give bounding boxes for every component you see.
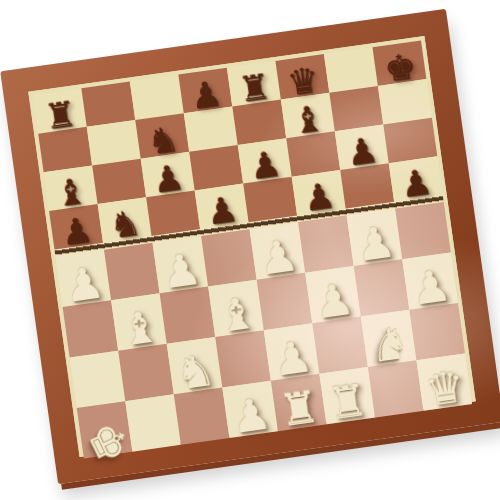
square-f8: ♛ (275, 54, 329, 99)
square-b5: ♞ (98, 197, 152, 242)
square-a8: ♜ (33, 88, 87, 133)
square-a5: ♟ (49, 204, 103, 249)
square-g6: ♟ (335, 125, 389, 170)
square-c7: ♞ (135, 113, 189, 158)
square-e4: ♟ (250, 222, 306, 279)
square-c1 (174, 388, 230, 445)
square-a4: ♟ (55, 250, 111, 307)
square-b3: ♝ (111, 293, 167, 350)
square-c3 (160, 286, 216, 343)
square-f2 (312, 317, 368, 374)
square-g1 (368, 360, 424, 417)
square-b2 (118, 344, 174, 401)
square-a7 (38, 127, 92, 172)
square-f3: ♟ (305, 266, 361, 323)
square-f1: ♜ (319, 367, 375, 424)
square-g2: ♞ (361, 310, 417, 367)
square-e8: ♜ (227, 61, 281, 106)
square-b4 (104, 243, 160, 300)
square-h3: ♟ (402, 252, 458, 309)
chess-board: ♜♟♜♛♚♞♝♝♟♟♟♟♞♟♟♟ ♟♟♟♟♝♝♟♟♞♟♞♚♟♜♜♛ (0, 9, 500, 485)
square-g4: ♟ (347, 209, 403, 266)
playing-field: ♜♟♜♛♚♞♝♝♟♟♟♟♞♟♟♟ ♟♟♟♟♝♝♟♟♞♟♞♚♟♜♜♛ (28, 36, 475, 457)
white-pawn-piece: ♟ (224, 391, 279, 441)
product-photo: ♜♟♜♛♚♞♝♝♟♟♟♟♞♟♟♟ ♟♟♟♟♝♝♟♟♞♟♞♚♟♜♜♛ (0, 0, 500, 500)
white-queen-piece: ♛ (418, 363, 473, 413)
square-g5 (340, 163, 394, 208)
square-e7 (232, 100, 286, 145)
square-h6 (383, 118, 437, 163)
square-h2 (409, 303, 465, 360)
square-e6: ♟ (238, 138, 292, 183)
square-f5: ♟ (292, 170, 346, 215)
square-b7 (87, 120, 141, 165)
square-d6 (189, 145, 243, 190)
square-d5: ♟ (195, 184, 249, 229)
square-h8: ♚ (372, 40, 426, 85)
square-f6 (286, 131, 340, 176)
square-e1: ♜ (271, 374, 327, 431)
square-c2: ♞ (167, 337, 223, 394)
square-b6 (92, 159, 146, 204)
square-d1: ♟ (222, 381, 278, 438)
square-b1 (125, 394, 181, 451)
square-e5 (243, 177, 297, 222)
square-d4 (201, 229, 257, 286)
square-e2: ♟ (264, 323, 320, 380)
square-d2 (215, 330, 271, 387)
square-h4 (395, 202, 451, 259)
square-c5 (146, 190, 200, 235)
square-d8: ♟ (178, 68, 232, 113)
square-g3 (354, 259, 410, 316)
square-a1: ♚ (77, 401, 133, 458)
square-e3 (257, 273, 313, 330)
square-g7 (329, 86, 383, 131)
square-a3 (63, 300, 119, 357)
square-c4: ♟ (153, 236, 209, 293)
square-a2 (70, 351, 126, 408)
square-c8 (130, 75, 184, 120)
square-h5: ♟ (389, 156, 443, 201)
square-f4 (298, 216, 354, 273)
white-rook-piece: ♜ (272, 384, 327, 434)
white-rook-piece: ♜ (321, 377, 376, 427)
square-d3: ♝ (208, 280, 264, 337)
square-h1: ♛ (416, 353, 472, 410)
